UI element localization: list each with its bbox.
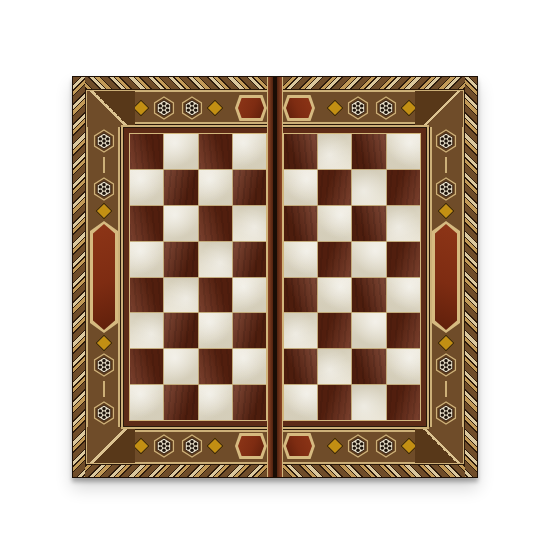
chain-link-inlay bbox=[99, 157, 109, 173]
square[interactable] bbox=[199, 206, 232, 241]
square[interactable] bbox=[387, 206, 420, 241]
corner-panel bbox=[87, 427, 135, 463]
square[interactable] bbox=[387, 134, 420, 169]
rope-inlay-band-bottom bbox=[73, 465, 273, 477]
cartouche-inlay bbox=[283, 95, 315, 121]
square[interactable] bbox=[353, 242, 386, 277]
square[interactable] bbox=[318, 313, 351, 348]
square[interactable] bbox=[318, 349, 351, 384]
square[interactable] bbox=[387, 385, 420, 420]
square[interactable] bbox=[353, 385, 386, 420]
square[interactable] bbox=[318, 206, 351, 241]
diamond-inlay-icon bbox=[96, 335, 113, 352]
diamond-inlay-icon bbox=[133, 100, 150, 117]
rosette-icon bbox=[435, 177, 457, 201]
square[interactable] bbox=[284, 170, 317, 205]
motif-band-side bbox=[87, 125, 121, 429]
square[interactable] bbox=[164, 170, 197, 205]
hinge-fold-edge bbox=[277, 77, 283, 477]
chain-link-inlay bbox=[441, 157, 451, 173]
diamond-inlay-icon bbox=[327, 438, 344, 455]
square[interactable] bbox=[164, 242, 197, 277]
square[interactable] bbox=[353, 278, 386, 313]
rosette-icon bbox=[181, 434, 203, 458]
rosette-icon bbox=[435, 401, 457, 425]
square[interactable] bbox=[353, 134, 386, 169]
rosette-icon bbox=[375, 434, 397, 458]
square[interactable] bbox=[284, 313, 317, 348]
square[interactable] bbox=[284, 206, 317, 241]
rosette-icon bbox=[435, 353, 457, 377]
chain-link-inlay bbox=[441, 381, 451, 397]
square[interactable] bbox=[130, 134, 163, 169]
square[interactable] bbox=[284, 278, 317, 313]
board-right-leaf bbox=[277, 77, 477, 477]
rosette-icon bbox=[435, 129, 457, 153]
square[interactable] bbox=[164, 385, 197, 420]
rope-inlay-band-top bbox=[73, 77, 273, 89]
square[interactable] bbox=[387, 242, 420, 277]
rosette-icon bbox=[93, 129, 115, 153]
hinge-fold-edge bbox=[267, 77, 273, 477]
diamond-inlay-icon bbox=[133, 438, 150, 455]
square[interactable] bbox=[199, 385, 232, 420]
square[interactable] bbox=[233, 170, 266, 205]
square[interactable] bbox=[353, 170, 386, 205]
rosette-icon bbox=[347, 434, 369, 458]
square[interactable] bbox=[318, 385, 351, 420]
square[interactable] bbox=[199, 313, 232, 348]
square[interactable] bbox=[164, 134, 197, 169]
square[interactable] bbox=[233, 206, 266, 241]
rosette-icon bbox=[375, 96, 397, 120]
diamond-inlay-icon bbox=[438, 335, 455, 352]
square[interactable] bbox=[387, 313, 420, 348]
rosette-icon bbox=[93, 401, 115, 425]
diamond-inlay-icon bbox=[96, 203, 113, 220]
diamond-inlay-icon bbox=[207, 100, 224, 117]
square[interactable] bbox=[284, 349, 317, 384]
square[interactable] bbox=[233, 349, 266, 384]
rope-inlay-band-bottom bbox=[277, 465, 477, 477]
square[interactable] bbox=[130, 385, 163, 420]
rosette-icon bbox=[153, 96, 175, 120]
square[interactable] bbox=[199, 170, 232, 205]
square[interactable] bbox=[318, 170, 351, 205]
square[interactable] bbox=[387, 170, 420, 205]
square[interactable] bbox=[199, 278, 232, 313]
square[interactable] bbox=[284, 134, 317, 169]
motif-band-side bbox=[429, 125, 463, 429]
cartouche-inlay bbox=[283, 433, 315, 459]
square[interactable] bbox=[233, 134, 266, 169]
square[interactable] bbox=[284, 242, 317, 277]
rosette-icon bbox=[153, 434, 175, 458]
square[interactable] bbox=[130, 278, 163, 313]
rosette-icon bbox=[347, 96, 369, 120]
square[interactable] bbox=[233, 313, 266, 348]
play-area-right bbox=[284, 134, 420, 420]
square[interactable] bbox=[164, 349, 197, 384]
square[interactable] bbox=[233, 242, 266, 277]
cartouche-inlay bbox=[432, 221, 460, 333]
square[interactable] bbox=[387, 349, 420, 384]
photo-canvas: Empty ornate folding chessboard with wal… bbox=[0, 0, 550, 550]
cartouche-inlay bbox=[235, 433, 267, 459]
square[interactable] bbox=[130, 170, 163, 205]
chain-link-inlay bbox=[99, 381, 109, 397]
rope-inlay-band-top bbox=[277, 77, 477, 89]
rosette-icon bbox=[93, 177, 115, 201]
square[interactable] bbox=[387, 278, 420, 313]
rosette-icon bbox=[93, 353, 115, 377]
corner-panel bbox=[415, 427, 463, 463]
square[interactable] bbox=[284, 385, 317, 420]
cartouche-inlay bbox=[90, 221, 118, 333]
square[interactable] bbox=[318, 134, 351, 169]
diamond-inlay-icon bbox=[207, 438, 224, 455]
square[interactable] bbox=[318, 278, 351, 313]
square[interactable] bbox=[233, 278, 266, 313]
board-left-leaf bbox=[73, 77, 273, 477]
square[interactable] bbox=[130, 206, 163, 241]
square[interactable] bbox=[130, 313, 163, 348]
corner-panel bbox=[87, 91, 135, 127]
square[interactable] bbox=[199, 349, 232, 384]
rosette-icon bbox=[181, 96, 203, 120]
square[interactable] bbox=[353, 206, 386, 241]
square[interactable] bbox=[164, 313, 197, 348]
square[interactable] bbox=[164, 278, 197, 313]
square[interactable] bbox=[353, 313, 386, 348]
diamond-inlay-icon bbox=[327, 100, 344, 117]
square[interactable] bbox=[318, 242, 351, 277]
diamond-inlay-icon bbox=[438, 203, 455, 220]
square[interactable] bbox=[199, 134, 232, 169]
rope-inlay-band-side bbox=[73, 77, 85, 477]
chess-board bbox=[72, 76, 478, 478]
square[interactable] bbox=[199, 242, 232, 277]
corner-panel bbox=[415, 91, 463, 127]
square[interactable] bbox=[164, 206, 197, 241]
cartouche-inlay bbox=[235, 95, 267, 121]
square[interactable] bbox=[130, 242, 163, 277]
rope-inlay-band-side bbox=[465, 77, 477, 477]
square[interactable] bbox=[130, 349, 163, 384]
square[interactable] bbox=[353, 349, 386, 384]
play-area-left bbox=[130, 134, 266, 420]
square[interactable] bbox=[233, 385, 266, 420]
